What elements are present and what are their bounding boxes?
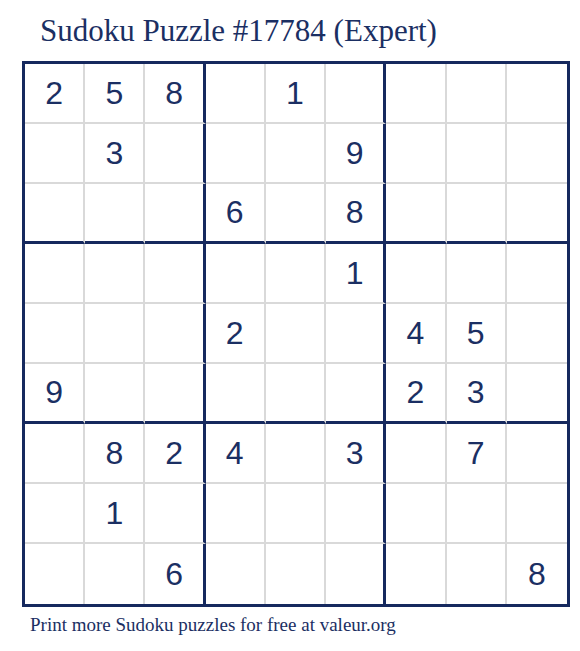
sudoku-cell-r4c2 [85, 244, 145, 304]
sudoku-cell-r7c4: 4 [206, 424, 266, 484]
sudoku-cell-r4c6: 1 [326, 244, 386, 304]
sudoku-cell-r3c3 [145, 184, 205, 244]
sudoku-cell-r2c7 [386, 124, 446, 184]
sudoku-cell-r4c8 [447, 244, 507, 304]
page-title: Sudoku Puzzle #17784 (Expert) [40, 14, 437, 48]
sudoku-cell-r3c7 [386, 184, 446, 244]
sudoku-cell-r8c8 [447, 484, 507, 544]
sudoku-cell-r1c8 [447, 64, 507, 124]
sudoku-cell-r1c6 [326, 64, 386, 124]
sudoku-cell-r8c9 [507, 484, 567, 544]
sudoku-cell-r6c7: 2 [386, 364, 446, 424]
sudoku-cell-r3c5 [266, 184, 326, 244]
sudoku-cell-r4c4 [206, 244, 266, 304]
sudoku-cell-r3c4: 6 [206, 184, 266, 244]
sudoku-cell-r9c5 [266, 544, 326, 604]
sudoku-cell-r2c1 [25, 124, 85, 184]
sudoku-cell-r7c2: 8 [85, 424, 145, 484]
sudoku-cell-r4c1 [25, 244, 85, 304]
sudoku-cell-r9c2 [85, 544, 145, 604]
sudoku-cell-r5c9 [507, 304, 567, 364]
sudoku-cell-r7c8: 7 [447, 424, 507, 484]
sudoku-cell-r8c6 [326, 484, 386, 544]
sudoku-cell-r2c6: 9 [326, 124, 386, 184]
sudoku-cell-r4c7 [386, 244, 446, 304]
sudoku-cell-r5c8: 5 [447, 304, 507, 364]
sudoku-cell-r1c7 [386, 64, 446, 124]
sudoku-cell-r8c4 [206, 484, 266, 544]
sudoku-cell-r6c8: 3 [447, 364, 507, 424]
sudoku-cell-r2c5 [266, 124, 326, 184]
footer-note: Print more Sudoku puzzles for free at va… [30, 613, 396, 637]
sudoku-cell-r7c1 [25, 424, 85, 484]
sudoku-cell-r8c3 [145, 484, 205, 544]
sudoku-cell-r6c9 [507, 364, 567, 424]
sudoku-cell-r8c5 [266, 484, 326, 544]
sudoku-cell-r1c9 [507, 64, 567, 124]
sudoku-cell-r7c5 [266, 424, 326, 484]
sudoku-cell-r3c2 [85, 184, 145, 244]
sudoku-cell-r5c4: 2 [206, 304, 266, 364]
sudoku-cell-r9c8 [447, 544, 507, 604]
sudoku-cell-r8c2: 1 [85, 484, 145, 544]
sudoku-board: 25813968124592382437168 [22, 61, 570, 607]
sudoku-cell-r9c6 [326, 544, 386, 604]
sudoku-cell-r5c2 [85, 304, 145, 364]
sudoku-cell-r2c2: 3 [85, 124, 145, 184]
sudoku-cell-r1c4 [206, 64, 266, 124]
sudoku-cell-r3c6: 8 [326, 184, 386, 244]
sudoku-cell-r2c8 [447, 124, 507, 184]
sudoku-cell-r1c2: 5 [85, 64, 145, 124]
sudoku-cell-r6c6 [326, 364, 386, 424]
sudoku-cell-r2c4 [206, 124, 266, 184]
sudoku-cell-r3c8 [447, 184, 507, 244]
sudoku-cell-r7c9 [507, 424, 567, 484]
sudoku-cell-r4c3 [145, 244, 205, 304]
sudoku-cell-r6c2 [85, 364, 145, 424]
sudoku-cell-r1c1: 2 [25, 64, 85, 124]
sudoku-cell-r6c1: 9 [25, 364, 85, 424]
sudoku-cell-r5c1 [25, 304, 85, 364]
sudoku-cell-r3c1 [25, 184, 85, 244]
sudoku-cell-r9c7 [386, 544, 446, 604]
sudoku-cell-r2c9 [507, 124, 567, 184]
sudoku-cell-r8c1 [25, 484, 85, 544]
sudoku-cell-r7c7 [386, 424, 446, 484]
sudoku-cell-r3c9 [507, 184, 567, 244]
sudoku-cell-r7c6: 3 [326, 424, 386, 484]
sudoku-cell-r9c9: 8 [507, 544, 567, 604]
sudoku-cell-r2c3 [145, 124, 205, 184]
sudoku-cell-r1c5: 1 [266, 64, 326, 124]
sudoku-cell-r9c1 [25, 544, 85, 604]
sudoku-cell-r1c3: 8 [145, 64, 205, 124]
sudoku-cell-r5c6 [326, 304, 386, 364]
sudoku-cell-r9c3: 6 [145, 544, 205, 604]
sudoku-cell-r6c3 [145, 364, 205, 424]
sudoku-cell-r5c7: 4 [386, 304, 446, 364]
sudoku-cell-r5c3 [145, 304, 205, 364]
sudoku-cell-r6c5 [266, 364, 326, 424]
sudoku-cell-r9c4 [206, 544, 266, 604]
sudoku-cell-r4c5 [266, 244, 326, 304]
sudoku-cell-r8c7 [386, 484, 446, 544]
sudoku-cell-r5c5 [266, 304, 326, 364]
sudoku-cell-r6c4 [206, 364, 266, 424]
sudoku-cell-r4c9 [507, 244, 567, 304]
sudoku-cell-r7c3: 2 [145, 424, 205, 484]
